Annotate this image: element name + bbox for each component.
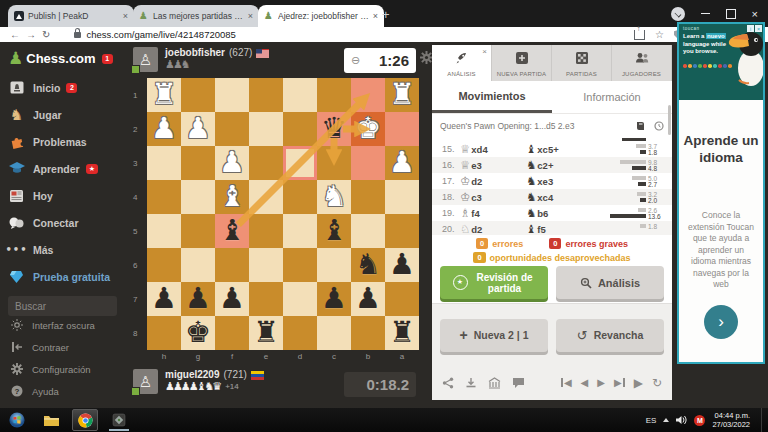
- sidebar-item-label: Inicio: [33, 82, 60, 94]
- square-a5[interactable]: [385, 214, 419, 248]
- browser-tab-2[interactable]: ♟Las mejores partidas de ajedrez×: [133, 5, 259, 27]
- captured-piece: ♟: [189, 380, 197, 393]
- square-c1[interactable]: [317, 78, 351, 112]
- panel-tab-jugadores[interactable]: JUGADORES: [612, 45, 672, 81]
- square-d5[interactable]: [283, 214, 317, 248]
- maximize-button[interactable]: [726, 9, 736, 19]
- player-top[interactable]: ♙ joebobfisher (627) ♟♟♞: [133, 47, 269, 72]
- black-time-bar: [632, 166, 646, 170]
- avatar-bottom[interactable]: ♙: [133, 369, 158, 394]
- black-move-san: f5: [537, 224, 545, 235]
- square-f2[interactable]: [215, 112, 249, 146]
- prev-move-icon[interactable]: ◀: [581, 377, 589, 388]
- white-move[interactable]: ♕xd4: [460, 142, 526, 156]
- toucan-illustration: [725, 28, 763, 88]
- square-c3[interactable]: [317, 146, 351, 180]
- square-g1[interactable]: [181, 78, 215, 112]
- black-bishop-c5[interactable]: ♝: [317, 214, 351, 248]
- white-pawn-g2[interactable]: ♟: [181, 112, 215, 146]
- black-time: 1.8: [640, 150, 664, 155]
- black-piece-icon: ♝: [526, 222, 536, 235]
- panel-tab-partidas[interactable]: PARTIDAS: [552, 45, 612, 81]
- rank-label-6: 6: [133, 248, 145, 282]
- square-b6[interactable]: ♞: [351, 248, 385, 282]
- magnifier-icon: [580, 277, 592, 289]
- black-move[interactable]: ♞c2+: [526, 158, 592, 172]
- tab-title: Las mejores partidas de ajedrez: [153, 11, 244, 21]
- move-times: 5.02.7: [592, 176, 672, 187]
- clock-bottom-time: 0:18.2: [366, 376, 409, 393]
- move-number: 17.: [442, 176, 460, 186]
- square-b3[interactable]: [351, 146, 385, 180]
- opening-book-icon[interactable]: [636, 121, 646, 131]
- new-tab-button[interactable]: +: [382, 7, 390, 22]
- white-king-b2[interactable]: ♚: [351, 112, 385, 146]
- black-move[interactable]: ♞xe3: [526, 174, 592, 188]
- rank-label-3: 3: [133, 146, 145, 180]
- white-move-san: d2: [471, 176, 482, 187]
- tray-app-icon[interactable]: M: [694, 415, 705, 426]
- chess-board[interactable]: ♜♜♟♟♛♚♟♟♝♞♝♝♞♟♟♟♟♟♟♚♜♜: [147, 78, 419, 350]
- home-icon: [8, 80, 25, 96]
- white-time-bar: [638, 208, 646, 212]
- square-d4[interactable]: [283, 180, 317, 214]
- square-f8[interactable]: [215, 316, 249, 350]
- panel-tab-label: ANÁLISIS: [447, 71, 476, 77]
- panel-tab-nuevapartida[interactable]: NUEVA PARTIDA: [492, 45, 552, 81]
- footer-item-label: Contraer: [32, 342, 69, 353]
- black-knight-b6[interactable]: ♞: [351, 248, 385, 282]
- new-star-badge: ★: [86, 164, 98, 174]
- running-indicator: [109, 429, 129, 431]
- errors-line-1: 0errores0errores graves: [432, 238, 672, 249]
- black-time-bar: [640, 150, 646, 154]
- square-b2[interactable]: ♚: [351, 112, 385, 146]
- tab-movimientos[interactable]: Movimientos: [432, 81, 552, 113]
- square-h2[interactable]: ♟: [147, 112, 181, 146]
- square-f6[interactable]: [215, 248, 249, 282]
- square-e1[interactable]: [249, 78, 283, 112]
- chesscom-logo[interactable]: ♟ Chess.com 1: [0, 42, 125, 74]
- black-pawn-h7[interactable]: ♟: [147, 282, 181, 316]
- start-button[interactable]: [4, 409, 30, 431]
- show-desktop-button[interactable]: [761, 408, 762, 432]
- player-top-rating: (627): [229, 47, 252, 59]
- square-c2[interactable]: ♛: [317, 112, 351, 146]
- white-rook-h1[interactable]: ♜: [147, 78, 181, 112]
- diamond-icon: [8, 269, 25, 285]
- black-bishop-f5[interactable]: ♝: [215, 214, 249, 248]
- black-pawn-f7[interactable]: ♟: [215, 282, 249, 316]
- captured-pieces-bottom: ♟♟♟♟♝♞♛+14: [165, 381, 264, 392]
- black-piece-icon: ♞: [526, 174, 536, 188]
- explorer-taskbar-icon[interactable]: [38, 409, 64, 431]
- black-king-g8[interactable]: ♚: [181, 316, 215, 350]
- square-d3[interactable]: [283, 146, 317, 180]
- browser-nav-icons[interactable]: ←→↻: [10, 29, 56, 40]
- white-move-san: d2: [471, 224, 482, 235]
- board-icon: [576, 50, 588, 68]
- sidebar-item-label: Más: [33, 244, 53, 256]
- square-e8[interactable]: ♜: [249, 316, 283, 350]
- square-h3[interactable]: [147, 146, 181, 180]
- error-stat-0: 0errores: [476, 238, 523, 249]
- panel-tabs: ANÁLISIS×NUEVA PARTIDAPARTIDASJUGADORES: [432, 45, 672, 81]
- black-time-value: 13.6: [648, 213, 664, 220]
- captured-piece: ♟: [173, 380, 181, 393]
- square-e3[interactable]: [249, 146, 283, 180]
- square-e6[interactable]: [249, 248, 283, 282]
- square-g8[interactable]: ♚: [181, 316, 215, 350]
- square-d6[interactable]: [283, 248, 317, 282]
- white-move[interactable]: ♔c3: [460, 190, 526, 204]
- error-stat-1: 0errores graves: [549, 238, 628, 249]
- sun-icon: [10, 319, 24, 331]
- move-number: 20.: [442, 224, 460, 234]
- white-time-bar: [636, 144, 646, 148]
- square-d8[interactable]: [283, 316, 317, 350]
- square-d7[interactable]: [283, 282, 317, 316]
- white-move[interactable]: ♔d2: [460, 174, 526, 188]
- avatar-top[interactable]: ♙: [133, 47, 158, 72]
- white-move-san: xd4: [471, 144, 487, 155]
- white-move[interactable]: ♗f4: [460, 206, 526, 220]
- square-a6[interactable]: ♟: [385, 248, 419, 282]
- challenge-icon[interactable]: [488, 377, 501, 389]
- analysis-label: Análisis: [598, 277, 640, 289]
- white-pawn-h2[interactable]: ♟: [147, 112, 181, 146]
- square-b7[interactable]: ♟: [351, 282, 385, 316]
- taskbar-time: 04:44 p.m.: [712, 411, 750, 420]
- ad-logo-text: toucan: [683, 26, 700, 31]
- player-bottom[interactable]: ♙ miguel2209 (721) ♟♟♟♟♝♞♛+14: [133, 369, 264, 394]
- white-move-san: f4: [471, 208, 479, 219]
- sidebar-item-conectar[interactable]: Conectar: [0, 209, 125, 236]
- square-d1[interactable]: [283, 78, 317, 112]
- next-move-icon[interactable]: ▶: [597, 377, 605, 388]
- square-a2[interactable]: [385, 112, 419, 146]
- file-label-a: a: [385, 352, 419, 361]
- square-b4[interactable]: [351, 180, 385, 214]
- sidebar-item-jugar[interactable]: ♞Jugar: [0, 101, 125, 128]
- error-label: errores graves: [565, 239, 628, 249]
- white-time-value: 1.8: [648, 223, 664, 230]
- black-move-san: xe3: [537, 176, 553, 187]
- white-move[interactable]: ♘d2: [460, 222, 526, 235]
- captured-piece: ♟: [165, 380, 173, 393]
- square-e2[interactable]: [249, 112, 283, 146]
- move-row-19: 19.♗f4♞b62.613.6: [432, 205, 672, 221]
- sidebar-footer-ayuda[interactable]: ?Ayuda: [0, 380, 125, 402]
- learn-icon: [8, 161, 25, 177]
- square-b1[interactable]: [351, 78, 385, 112]
- move-list[interactable]: 15.♕xd4♝xc5+3.71.816.♕e3♞c2+9.84.817.♔d2…: [432, 137, 672, 235]
- black-time-value: 2.0: [648, 197, 664, 204]
- square-c6[interactable]: [317, 248, 351, 282]
- black-time-bar: [638, 182, 646, 186]
- square-e4[interactable]: [249, 180, 283, 214]
- panel-tab-close-icon[interactable]: ×: [482, 47, 487, 56]
- black-move[interactable]: ♝f5: [526, 222, 592, 235]
- timestamps-icon[interactable]: [654, 121, 664, 131]
- captured-piece: ♟: [165, 58, 173, 71]
- square-f4[interactable]: ♝: [215, 180, 249, 214]
- loop-icon[interactable]: ↻: [652, 376, 662, 390]
- language-indicator[interactable]: ES: [646, 416, 657, 425]
- rank-label-1: 1: [133, 78, 145, 112]
- error-count-badge: 0: [473, 252, 485, 263]
- square-g4[interactable]: [181, 180, 215, 214]
- chat-icon: [8, 215, 25, 231]
- square-b8[interactable]: [351, 316, 385, 350]
- minimize-button[interactable]: [701, 13, 710, 14]
- square-h4[interactable]: [147, 180, 181, 214]
- square-b5[interactable]: [351, 214, 385, 248]
- black-time-value: 2.7: [648, 181, 664, 188]
- news-icon: [8, 188, 25, 204]
- tab-close-icon[interactable]: ×: [248, 11, 253, 21]
- move-times: 1.8: [592, 224, 672, 235]
- white-knight-c4[interactable]: ♞: [317, 180, 351, 214]
- search-input[interactable]: Buscar: [8, 296, 117, 316]
- square-h1[interactable]: ♜: [147, 78, 181, 112]
- taskbar-clock[interactable]: 04:44 p.m. 27/03/2022: [712, 411, 750, 429]
- help-icon: ?: [10, 385, 24, 397]
- square-a3[interactable]: ♟: [385, 146, 419, 180]
- square-f7[interactable]: ♟: [215, 282, 249, 316]
- square-a4[interactable]: [385, 180, 419, 214]
- sidebar-item-aprender[interactable]: Aprender★: [0, 155, 125, 182]
- square-a7[interactable]: [385, 282, 419, 316]
- tray-expand-icon[interactable]: [663, 418, 669, 422]
- black-time: 2.0: [640, 198, 664, 203]
- white-move-san: c3: [471, 192, 482, 203]
- square-c8[interactable]: [317, 316, 351, 350]
- white-time-bar: [640, 224, 646, 228]
- rematch-button[interactable]: ↺ Revancha: [556, 319, 664, 352]
- sidebar-item-label: Jugar: [33, 109, 62, 121]
- errors-line-2: 0oportunidades desaprovechadas: [432, 252, 672, 263]
- url-text[interactable]: chess.com/game/live/42148720085: [86, 29, 235, 40]
- move-row-15: 15.♕xd4♝xc5+3.71.8: [432, 141, 672, 157]
- square-f5[interactable]: ♝: [215, 214, 249, 248]
- error-count-badge: 0: [476, 238, 488, 249]
- flag-dot: [703, 64, 707, 68]
- sidebar-item-problemas[interactable]: Problemas: [0, 128, 125, 155]
- square-g6[interactable]: [181, 248, 215, 282]
- taskbar-date: 27/03/2022: [712, 420, 750, 429]
- advertisement[interactable]: toucan Learn a nuevo language while you …: [677, 22, 765, 364]
- rocket-icon: [455, 50, 468, 68]
- square-h6[interactable]: [147, 248, 181, 282]
- share-icon[interactable]: [442, 377, 454, 389]
- download-icon[interactable]: [465, 377, 477, 389]
- square-g7[interactable]: ♟: [181, 282, 215, 316]
- black-piece-icon: ♞: [526, 190, 536, 204]
- square-h5[interactable]: [147, 214, 181, 248]
- black-pawn-a6[interactable]: ♟: [385, 248, 419, 282]
- collapse-icon: [10, 342, 24, 352]
- new-game-button[interactable]: + Nueva 2 | 1: [440, 319, 548, 352]
- square-c7[interactable]: ♟: [317, 282, 351, 316]
- ad-banner-text: Learn a nuevo language while you browse.: [683, 33, 731, 56]
- square-h8[interactable]: [147, 316, 181, 350]
- sidebar-item-badge: 2: [66, 83, 77, 93]
- clock-bottom: 0:18.2: [344, 372, 416, 397]
- sidebar-footer: Interfaz oscuraContraerConfiguración?Ayu…: [0, 314, 125, 402]
- sidebar: ♟ Chess.com 1 Inicio2♞JugarProblemasApre…: [0, 42, 125, 408]
- volume-icon[interactable]: [676, 415, 687, 425]
- players-icon: [635, 50, 649, 68]
- white-rook-a1[interactable]: ♜: [385, 78, 419, 112]
- square-g5[interactable]: [181, 214, 215, 248]
- square-f1[interactable]: [215, 78, 249, 112]
- footer-item-label: Ayuda: [32, 386, 59, 397]
- go-start-icon[interactable]: ◀: [561, 377, 572, 388]
- ad-close-icon[interactable]: ×: [755, 25, 762, 32]
- square-e7[interactable]: [249, 282, 283, 316]
- move-times: 2.613.6: [592, 208, 672, 219]
- dots-icon: •••: [8, 242, 25, 258]
- sidebar-item-trial[interactable]: Prueba gratuita: [0, 263, 125, 290]
- sidebar-item-label: Problemas: [33, 136, 87, 148]
- tab-close-icon[interactable]: ×: [123, 11, 128, 21]
- rank-label-7: 7: [133, 282, 145, 316]
- opening-row: Queen's Pawn Opening: 1...d5 2.e3: [432, 113, 672, 137]
- sidebar-item-hoy[interactable]: Hoy: [0, 182, 125, 209]
- chesscom-favicon: ♟: [139, 11, 149, 21]
- square-a1[interactable]: ♜: [385, 78, 419, 112]
- sidebar-item-label: Conectar: [33, 217, 79, 229]
- file-labels: hgfedcba: [147, 352, 419, 361]
- ad-info-icon[interactable]: i: [747, 25, 754, 32]
- white-time-bar: [632, 176, 646, 180]
- browser-tab-3[interactable]: ♟Ajedrez: joebobfisher vs miguel2×: [258, 5, 384, 27]
- panel-tab-anlisis[interactable]: ANÁLISIS×: [432, 45, 492, 81]
- tab-informacion[interactable]: Información: [552, 81, 672, 113]
- square-f3[interactable]: ♟: [215, 146, 249, 180]
- white-pawn-f3[interactable]: ♟: [215, 146, 249, 180]
- move-list-scrollbar[interactable]: [668, 105, 671, 135]
- go-end-icon[interactable]: ▶: [614, 377, 625, 388]
- ad-cta-button[interactable]: ›: [704, 305, 738, 339]
- white-piece-icon: ♗: [460, 206, 470, 220]
- tab-title: Ajedrez: joebobfisher vs miguel2: [278, 11, 369, 21]
- sidebar-footer-interfazoscura[interactable]: Interfaz oscura: [0, 314, 125, 336]
- square-e5[interactable]: [249, 214, 283, 248]
- tab-close-icon[interactable]: ×: [373, 11, 378, 21]
- lock-icon: [74, 32, 81, 38]
- flag-ve-icon: [251, 371, 264, 380]
- tab-search-icon[interactable]: [671, 7, 685, 21]
- sidebar-item-ms[interactable]: •••Más: [0, 236, 125, 263]
- square-a8[interactable]: ♜: [385, 316, 419, 350]
- bookmark-icon[interactable]: ☆: [655, 29, 664, 40]
- square-g2[interactable]: ♟: [181, 112, 215, 146]
- black-piece-icon: ♞: [526, 158, 536, 172]
- white-piece-icon: ♔: [460, 174, 470, 188]
- plus-icon: +: [459, 327, 467, 343]
- white-move[interactable]: ♕e3: [460, 158, 526, 172]
- ad-banner-image: toucan Learn a nuevo language while you …: [679, 24, 763, 100]
- captured-piece: ♟: [181, 380, 189, 393]
- analysis-button[interactable]: Análisis: [556, 266, 664, 299]
- star-icon: ★: [453, 275, 468, 290]
- reload-icon: ↻: [42, 29, 56, 40]
- back-icon: ←: [10, 29, 26, 40]
- rematch-label: Revancha: [594, 329, 644, 341]
- flag-dot: [708, 64, 712, 68]
- close-window-button[interactable]: ×: [752, 8, 758, 20]
- black-move[interactable]: ♞b6: [526, 206, 592, 220]
- captured-pieces-top: ♟♟♞: [165, 59, 269, 70]
- square-h7[interactable]: ♟: [147, 282, 181, 316]
- svg-text:?: ?: [15, 387, 20, 396]
- rank-label-8: 8: [133, 316, 145, 350]
- black-rook-a8[interactable]: ♜: [385, 316, 419, 350]
- chrome-taskbar-icon[interactable]: [72, 409, 98, 431]
- knight-icon: ♞: [8, 107, 25, 123]
- share-icon[interactable]: [634, 30, 645, 40]
- square-c4[interactable]: ♞: [317, 180, 351, 214]
- black-move[interactable]: ♞xc4: [526, 190, 592, 204]
- online-dot: [131, 65, 140, 74]
- black-move[interactable]: ♝xc5+: [526, 142, 592, 156]
- white-bishop-f4[interactable]: ♝: [215, 180, 249, 214]
- opening-name[interactable]: Queen's Pawn Opening: 1...d5 2.e3: [440, 121, 574, 131]
- sidebar-item-inicio[interactable]: Inicio2: [0, 74, 125, 101]
- square-c5[interactable]: ♝: [317, 214, 351, 248]
- move-row-17: 17.♔d2♞xe35.02.7: [432, 173, 672, 189]
- white-pawn-a3[interactable]: ♟: [385, 146, 419, 180]
- black-move-san: xc4: [537, 192, 553, 203]
- black-queen-c2[interactable]: ♛: [317, 112, 351, 146]
- rank-label-5: 5: [133, 214, 145, 248]
- clock-top: ⊖ 1:26: [344, 48, 416, 73]
- game-review-button[interactable]: ★ Revisión de partida: [440, 266, 548, 299]
- square-g3[interactable]: [181, 146, 215, 180]
- browser-tab-1[interactable]: Publish | PeakD×: [8, 5, 134, 27]
- rank-label-2: 2: [133, 112, 145, 146]
- black-pawn-b7[interactable]: ♟: [351, 282, 385, 316]
- threat-highlight: [351, 78, 385, 112]
- move-number: 15.: [442, 144, 460, 154]
- sidebar-footer-configuracin[interactable]: Configuración: [0, 358, 125, 380]
- player-bottom-rating: (721): [223, 369, 246, 381]
- autoplay-icon[interactable]: ▶: [634, 376, 643, 390]
- black-rook-e8[interactable]: ♜: [249, 316, 283, 350]
- white-time: 1.8: [640, 224, 664, 229]
- ad-body-text: Conoce la extensión Toucan que te ayuda …: [685, 210, 757, 291]
- file-label-b: b: [351, 352, 385, 361]
- square-d2[interactable]: [283, 112, 317, 146]
- sidebar-item-label: Hoy: [33, 190, 53, 202]
- sidebar-footer-contraer[interactable]: Contraer: [0, 336, 125, 358]
- photos-taskbar-icon[interactable]: [106, 409, 132, 431]
- logo-text: Chess.com: [26, 51, 95, 66]
- flag-dot: [693, 64, 697, 68]
- rematch-icon: ↺: [577, 328, 588, 343]
- black-pawn-c7[interactable]: ♟: [317, 282, 351, 316]
- chesscom-pawn-icon: ♟: [8, 51, 23, 66]
- chat-icon[interactable]: [512, 377, 525, 389]
- black-pawn-g7[interactable]: ♟: [181, 282, 215, 316]
- white-piece-icon: ♘: [460, 222, 470, 235]
- game-area: ♙ joebobfisher (627) ♟♟♞ ⊖ 1:26: [125, 42, 432, 408]
- screen: Publish | PeakD×♟Las mejores partidas de…: [0, 0, 768, 432]
- sidebar-item-label: Aprender: [33, 163, 80, 175]
- file-label-h: h: [147, 352, 181, 361]
